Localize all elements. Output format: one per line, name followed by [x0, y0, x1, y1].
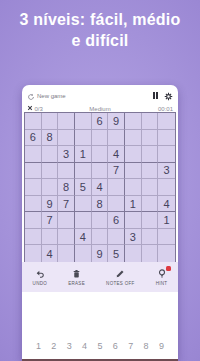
sudoku-cell-r9c8[interactable] — [142, 245, 159, 262]
sudoku-cell-r9c7[interactable] — [125, 245, 142, 262]
ad-title: 3 níveis: fácil, médio e difícil — [0, 9, 200, 51]
sudoku-cell-r3c2[interactable] — [42, 146, 59, 163]
sudoku-grid[interactable]: 6968314738549781476143495 — [24, 112, 176, 263]
sudoku-cell-r1c9[interactable] — [158, 113, 175, 130]
numpad-digit-3[interactable]: 3 — [67, 341, 72, 351]
sudoku-cell-r3c4[interactable]: 1 — [75, 146, 92, 163]
sudoku-cell-r1c3[interactable] — [58, 113, 75, 130]
sudoku-cell-r3c1[interactable] — [25, 146, 42, 163]
sudoku-cell-r6c2[interactable]: 9 — [42, 196, 59, 213]
hint-bulb-icon — [157, 268, 167, 279]
sudoku-cell-r8c7[interactable]: 3 — [125, 229, 142, 246]
erase-trash-icon — [72, 268, 81, 279]
sudoku-cell-r7c8[interactable] — [142, 212, 159, 229]
sudoku-cell-r8c3[interactable] — [58, 229, 75, 246]
sudoku-cell-r6c1[interactable] — [25, 196, 42, 213]
pause-button[interactable] — [153, 92, 158, 99]
sudoku-cell-r1c2[interactable] — [42, 113, 59, 130]
sudoku-cell-r6c7[interactable]: 1 — [125, 196, 142, 213]
sudoku-cell-r2c2[interactable]: 8 — [42, 130, 59, 147]
sudoku-cell-r5c4[interactable]: 5 — [75, 179, 92, 196]
sudoku-cell-r9c5[interactable]: 9 — [92, 245, 109, 262]
sudoku-cell-r5c1[interactable] — [25, 179, 42, 196]
sudoku-cell-r5c5[interactable]: 4 — [92, 179, 109, 196]
sudoku-cell-r9c6[interactable]: 5 — [108, 245, 125, 262]
sudoku-cell-r4c7[interactable] — [125, 163, 142, 180]
sudoku-cell-r6c8[interactable] — [142, 196, 159, 213]
numpad-digit-6[interactable]: 6 — [113, 341, 118, 351]
sudoku-cell-r6c5[interactable]: 8 — [92, 196, 109, 213]
numpad: 123456789 — [36, 338, 164, 354]
hint-badge — [166, 266, 171, 271]
numpad-digit-4[interactable]: 4 — [82, 341, 87, 351]
undo-icon — [35, 268, 45, 279]
sudoku-cell-r8c1[interactable] — [25, 229, 42, 246]
sudoku-cell-r8c5[interactable] — [92, 229, 109, 246]
app-top-bar: New game — [22, 85, 178, 102]
sudoku-cell-r4c4[interactable] — [75, 163, 92, 180]
sudoku-cell-r7c7[interactable] — [125, 212, 142, 229]
sudoku-cell-r6c3[interactable]: 7 — [58, 196, 75, 213]
ad-title-line1: 3 níveis: fácil, médio — [0, 9, 200, 30]
sudoku-cell-r4c3[interactable] — [58, 163, 75, 180]
numpad-digit-1[interactable]: 1 — [36, 341, 41, 351]
sudoku-cell-r3c8[interactable] — [142, 146, 159, 163]
hint-label: HINT — [156, 281, 168, 286]
sudoku-cell-r7c2[interactable]: 7 — [42, 212, 59, 229]
ad-background: 3 níveis: fácil, médio e difícil New gam… — [0, 0, 200, 361]
sudoku-cell-r4c9[interactable]: 3 — [158, 163, 175, 180]
sudoku-cell-r4c8[interactable] — [142, 163, 159, 180]
sudoku-cell-r5c9[interactable] — [158, 179, 175, 196]
sudoku-cell-r7c3[interactable] — [58, 212, 75, 229]
pencil-icon — [115, 268, 125, 279]
sudoku-cell-r4c5[interactable] — [92, 163, 109, 180]
sudoku-cell-r4c6[interactable]: 7 — [108, 163, 125, 180]
sudoku-cell-r5c2[interactable] — [42, 179, 59, 196]
sudoku-cell-r8c8[interactable] — [142, 229, 159, 246]
sudoku-cell-r2c9[interactable] — [158, 130, 175, 147]
sudoku-cell-r2c7[interactable] — [125, 130, 142, 147]
hint-button[interactable]: HINT — [156, 268, 168, 286]
numpad-digit-2[interactable]: 2 — [51, 341, 56, 351]
sudoku-cell-r1c4[interactable] — [75, 113, 92, 130]
numpad-digit-8[interactable]: 8 — [144, 341, 149, 351]
sudoku-cell-r5c6[interactable] — [108, 179, 125, 196]
sudoku-cell-r9c2[interactable]: 4 — [42, 245, 59, 262]
sudoku-cell-r9c9[interactable] — [158, 245, 175, 262]
sudoku-cell-r6c4[interactable] — [75, 196, 92, 213]
numpad-digit-9[interactable]: 9 — [159, 341, 164, 351]
sudoku-cell-r9c4[interactable] — [75, 245, 92, 262]
sudoku-cell-r8c4[interactable]: 4 — [75, 229, 92, 246]
sudoku-cell-r1c7[interactable] — [125, 113, 142, 130]
sudoku-cell-r7c1[interactable] — [25, 212, 42, 229]
phone-screenshot: New game 0/3 Medium 00:01 69683147385497… — [22, 85, 178, 361]
sudoku-cell-r3c7[interactable] — [125, 146, 142, 163]
undo-label: UNDO — [33, 281, 47, 286]
sudoku-cell-r8c9[interactable] — [158, 229, 175, 246]
game-toolbar: UNDO ERASE NOTES OFF HINT — [22, 262, 178, 292]
sudoku-cell-r2c5[interactable] — [92, 130, 109, 147]
sudoku-cell-r6c9[interactable]: 4 — [158, 196, 175, 213]
sudoku-cell-r8c6[interactable] — [108, 229, 125, 246]
sudoku-cell-r9c3[interactable] — [58, 245, 75, 262]
sudoku-cell-r7c4[interactable] — [75, 212, 92, 229]
sudoku-cell-r2c8[interactable] — [142, 130, 159, 147]
sudoku-cell-r2c6[interactable] — [108, 130, 125, 147]
sudoku-cell-r5c3[interactable]: 8 — [58, 179, 75, 196]
sudoku-cell-r5c7[interactable] — [125, 179, 142, 196]
erase-button[interactable]: ERASE — [68, 268, 85, 286]
sudoku-cell-r3c5[interactable] — [92, 146, 109, 163]
undo-button[interactable]: UNDO — [33, 268, 47, 286]
sudoku-cell-r1c1[interactable] — [25, 113, 42, 130]
sudoku-cell-r7c9[interactable]: 1 — [158, 212, 175, 229]
sudoku-cell-r8c2[interactable] — [42, 229, 59, 246]
sudoku-cell-r3c3[interactable]: 3 — [58, 146, 75, 163]
sudoku-cell-r1c6[interactable]: 9 — [108, 113, 125, 130]
ad-title-line2: e difícil — [0, 30, 200, 51]
sudoku-cell-r2c1[interactable]: 6 — [25, 130, 42, 147]
numpad-digit-5[interactable]: 5 — [97, 341, 102, 351]
sudoku-cell-r2c4[interactable] — [75, 130, 92, 147]
notes-label: NOTES OFF — [106, 281, 134, 286]
sudoku-cell-r3c9[interactable] — [158, 146, 175, 163]
sudoku-cell-r1c8[interactable] — [142, 113, 159, 130]
sudoku-cell-r3c6[interactable]: 4 — [108, 146, 125, 163]
notes-button[interactable]: NOTES OFF — [106, 268, 134, 286]
difficulty-label: Medium — [22, 106, 178, 112]
sudoku-cell-r7c6[interactable]: 6 — [108, 212, 125, 229]
sudoku-cell-r4c2[interactable] — [42, 163, 59, 180]
numpad-digit-7[interactable]: 7 — [128, 341, 133, 351]
sudoku-cell-r1c5[interactable]: 6 — [92, 113, 109, 130]
sudoku-cell-r4c1[interactable] — [25, 163, 42, 180]
sudoku-cell-r2c3[interactable] — [58, 130, 75, 147]
erase-label: ERASE — [68, 281, 85, 286]
new-game-label: New game — [37, 93, 66, 99]
sudoku-cell-r7c5[interactable] — [92, 212, 109, 229]
sudoku-cell-r9c1[interactable] — [25, 245, 42, 262]
sudoku-cell-r6c6[interactable] — [108, 196, 125, 213]
sudoku-cell-r5c8[interactable] — [142, 179, 159, 196]
